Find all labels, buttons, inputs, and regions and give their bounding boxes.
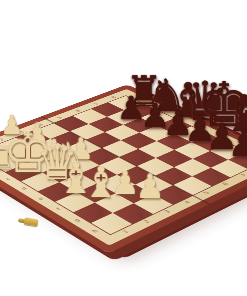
board-grid	[0, 96, 247, 234]
coordinate-label: c	[0, 175, 16, 182]
coordinate-label: e	[33, 195, 49, 203]
coordinate-label: h	[87, 227, 104, 236]
clasp-plate-icon	[24, 217, 39, 226]
brass-clasp	[17, 214, 41, 229]
coordinate-label: g	[68, 216, 85, 224]
product-photo: 1234567812345678abcdefgh ♜♞♝♛♚♝♟♟♟♟♟♟♜♚♛…	[0, 0, 247, 296]
coordinate-label: d	[16, 185, 32, 193]
coordinate-label: f	[50, 205, 66, 213]
